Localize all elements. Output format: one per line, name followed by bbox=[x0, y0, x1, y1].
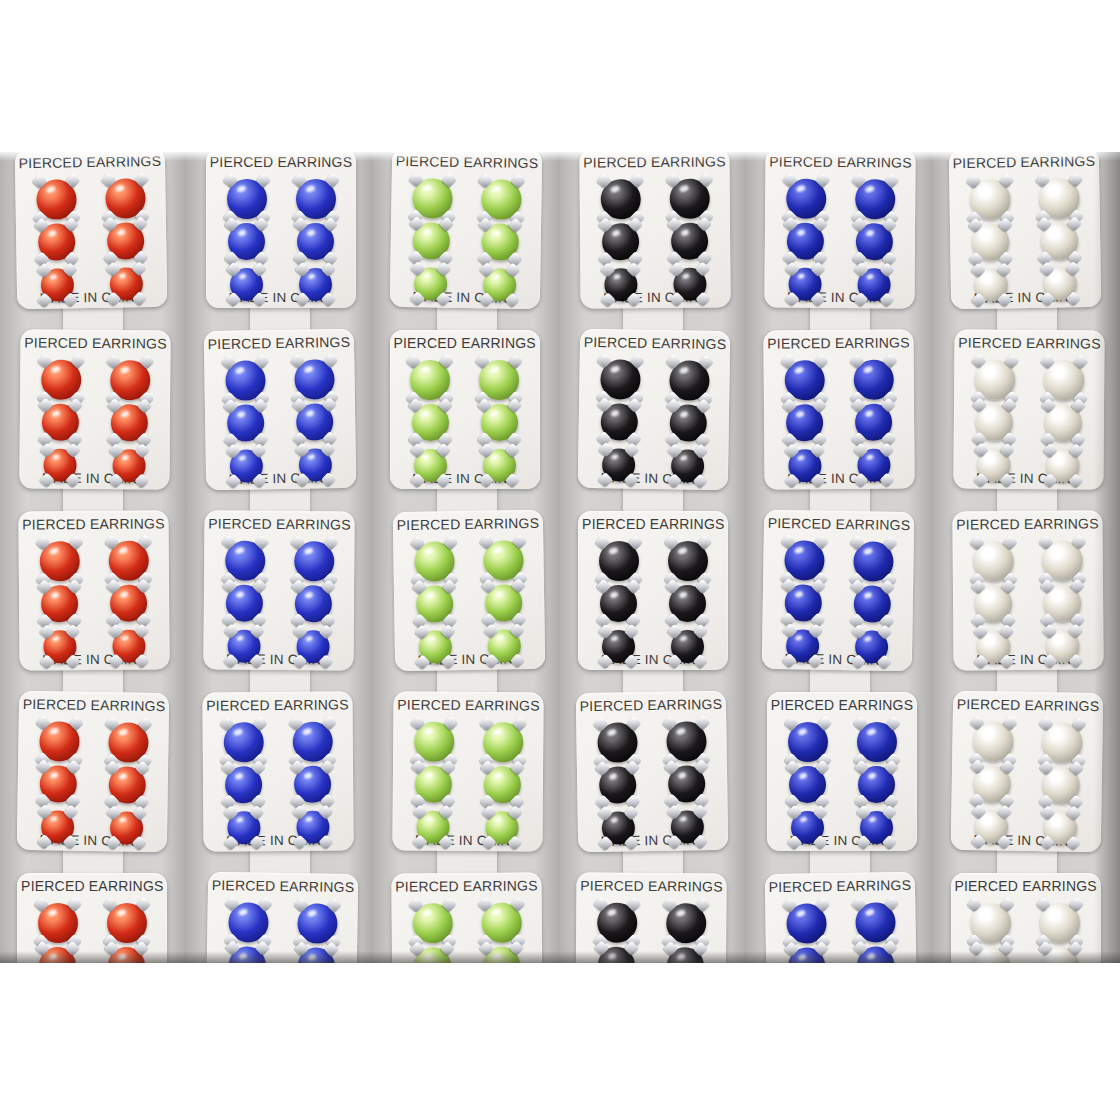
earring-stud-peridot-green bbox=[483, 766, 520, 803]
stud-cell bbox=[92, 806, 162, 850]
stud-cell bbox=[467, 763, 536, 807]
stud-cell bbox=[656, 262, 725, 306]
card-stack: PIERCED EARRINGSMADE IN CHINAPIERCED EAR… bbox=[560, 152, 747, 963]
tray-column-peridot-green: PIERCED EARRINGSMADE IN CHINAPIERCED EAR… bbox=[373, 152, 560, 963]
stud-cell bbox=[837, 625, 907, 669]
earring-stud-red bbox=[41, 810, 75, 844]
stud-cell bbox=[23, 901, 92, 944]
earring-stud-sapphire-blue bbox=[786, 629, 820, 663]
earring-stud-red bbox=[110, 585, 147, 622]
earring-stud-royal-blue bbox=[227, 179, 267, 219]
earring-stud-sapphire-blue bbox=[857, 946, 895, 963]
stud-cell bbox=[1026, 901, 1095, 944]
stud-cell bbox=[651, 944, 720, 963]
earring-stud-sapphire-blue bbox=[857, 722, 897, 762]
earring-stud-clear-crystal bbox=[1046, 630, 1079, 663]
stud-grid bbox=[583, 719, 723, 850]
earring-card-sapphire-blue: PIERCED EARRINGSMADE IN CHINA bbox=[763, 329, 914, 489]
earring-stud-sapphire-blue bbox=[788, 722, 828, 762]
card-title: PIERCED EARRINGS bbox=[576, 696, 726, 714]
stud-cell bbox=[1028, 401, 1097, 445]
stud-cell bbox=[840, 177, 909, 221]
stud-cell bbox=[92, 901, 161, 944]
stud-cell bbox=[23, 805, 93, 849]
earring-card-clear-crystal: PIERCED EARRINGSMADE IN CHINA bbox=[950, 691, 1102, 852]
earring-stud-peridot-green bbox=[483, 449, 516, 482]
stud-grid bbox=[25, 538, 164, 668]
tray-column-black: PIERCED EARRINGSMADE IN CHINAPIERCED EAR… bbox=[560, 152, 747, 963]
earring-stud-red bbox=[111, 404, 148, 441]
stud-cell bbox=[464, 263, 534, 307]
stud-cell bbox=[397, 901, 466, 945]
stud-cell bbox=[653, 805, 723, 849]
earring-stud-peridot-green bbox=[483, 268, 517, 302]
stud-cell bbox=[95, 624, 164, 668]
stud-cell bbox=[955, 177, 1025, 221]
earring-stud-sapphire-blue bbox=[786, 404, 823, 441]
earring-stud-red bbox=[105, 178, 146, 219]
stud-cell bbox=[840, 900, 910, 944]
earring-stud-black bbox=[599, 541, 639, 581]
earring-stud-royal-blue bbox=[295, 585, 332, 622]
stud-grid bbox=[955, 176, 1095, 307]
earring-stud-red bbox=[44, 630, 77, 663]
stud-cell bbox=[212, 177, 281, 220]
stud-cell bbox=[768, 624, 838, 668]
stud-cell bbox=[465, 358, 534, 401]
stud-cell bbox=[583, 763, 653, 807]
earring-stud-black bbox=[666, 721, 707, 762]
earring-stud-royal-blue bbox=[230, 449, 264, 483]
stud-cell bbox=[94, 538, 163, 582]
earring-stud-clear-crystal bbox=[1040, 903, 1080, 943]
stud-cell bbox=[25, 539, 94, 583]
card-stack: PIERCED EARRINGSMADE IN CHINAPIERCED EAR… bbox=[187, 152, 374, 963]
earring-stud-sapphire-blue bbox=[860, 811, 893, 844]
earring-stud-black bbox=[669, 360, 710, 401]
earring-stud-sapphire-blue bbox=[853, 541, 894, 582]
earring-stud-red bbox=[38, 903, 78, 943]
stud-cell bbox=[956, 220, 1026, 264]
stud-cell bbox=[771, 176, 840, 220]
stud-cell bbox=[842, 806, 911, 849]
earring-stud-black bbox=[602, 811, 636, 845]
earring-stud-red bbox=[39, 541, 79, 581]
earring-card-royal-blue: PIERCED EARRINGSMADE IN CHINA bbox=[202, 691, 353, 851]
earring-tray-photo-band: PIERCED EARRINGSMADE IN CHINAPIERCED EAR… bbox=[0, 152, 1120, 963]
earring-stud-royal-blue bbox=[228, 902, 269, 943]
stud-cell bbox=[212, 263, 281, 306]
stud-cell bbox=[1025, 262, 1095, 306]
stud-cell bbox=[655, 219, 724, 263]
earring-stud-sapphire-blue bbox=[786, 903, 827, 944]
earring-stud-sapphire-blue bbox=[787, 223, 824, 260]
earring-stud-sapphire-blue bbox=[857, 449, 890, 482]
stud-cell bbox=[1024, 176, 1094, 220]
stud-grid bbox=[773, 720, 911, 849]
earring-stud-black bbox=[668, 765, 706, 803]
earring-stud-royal-blue bbox=[299, 448, 333, 482]
earring-stud-peridot-green bbox=[414, 267, 448, 301]
earring-card-sapphire-blue: PIERCED EARRINGSMADE IN CHINA bbox=[762, 510, 914, 671]
stud-cell bbox=[584, 582, 653, 625]
stud-cell bbox=[468, 538, 538, 582]
earring-stud-peridot-green bbox=[416, 585, 454, 623]
earring-stud-royal-blue bbox=[294, 359, 335, 400]
earring-stud-clear-crystal bbox=[972, 721, 1013, 762]
earring-card-royal-blue: PIERCED EARRINGSMADE IN CHINA bbox=[206, 152, 356, 308]
earring-stud-sapphire-blue bbox=[857, 268, 890, 301]
stud-cell bbox=[958, 719, 1028, 763]
earring-product-photo: PIERCED EARRINGSMADE IN CHINAPIERCED EAR… bbox=[0, 0, 1120, 1120]
stud-cell bbox=[1027, 720, 1097, 764]
earring-card-black: PIERCED EARRINGSMADE IN CHINA bbox=[578, 329, 730, 490]
stud-cell bbox=[1029, 358, 1098, 402]
earring-stud-royal-blue bbox=[227, 404, 265, 442]
stud-cell bbox=[278, 805, 347, 849]
photo-top-margin bbox=[0, 0, 1120, 152]
stud-grid bbox=[584, 357, 724, 488]
stud-cell bbox=[1026, 763, 1096, 807]
stud-cell bbox=[654, 358, 724, 402]
earring-stud-peridot-green bbox=[482, 722, 522, 762]
earring-stud-sapphire-blue bbox=[788, 268, 821, 301]
card-title: PIERCED EARRINGS bbox=[206, 154, 356, 170]
stud-cell bbox=[91, 176, 161, 220]
stud-cell bbox=[1028, 581, 1097, 625]
stud-grid bbox=[582, 900, 721, 963]
earring-stud-red bbox=[113, 449, 146, 482]
earring-stud-black bbox=[669, 585, 706, 622]
earring-stud-royal-blue bbox=[294, 541, 334, 581]
earring-stud-peridot-green bbox=[411, 178, 452, 219]
earring-stud-clear-crystal bbox=[1042, 947, 1079, 963]
earring-card-black: PIERCED EARRINGSMADE IN CHINA bbox=[578, 511, 728, 670]
earring-stud-royal-blue bbox=[296, 630, 329, 663]
stud-cell bbox=[773, 763, 842, 806]
earring-stud-sapphire-blue bbox=[855, 630, 889, 664]
stud-cell bbox=[400, 625, 470, 669]
card-title: PIERCED EARRINGS bbox=[19, 515, 169, 532]
stud-cell bbox=[281, 263, 350, 306]
earring-stud-red bbox=[36, 179, 77, 220]
earring-card-black: PIERCED EARRINGSMADE IN CHINA bbox=[580, 152, 731, 309]
earring-stud-clear-crystal bbox=[973, 765, 1011, 803]
earring-stud-sapphire-blue bbox=[855, 404, 892, 441]
earring-card-royal-blue: PIERCED EARRINGSMADE IN CHINA bbox=[206, 872, 358, 963]
stud-cell bbox=[466, 177, 536, 221]
stud-cell bbox=[838, 539, 908, 583]
stud-cell bbox=[956, 263, 1026, 307]
stud-cell bbox=[24, 762, 94, 806]
stud-cell bbox=[842, 763, 911, 806]
earring-stud-peridot-green bbox=[482, 540, 523, 581]
stud-cell bbox=[841, 943, 911, 963]
stud-grid bbox=[768, 538, 908, 669]
earring-stud-clear-crystal bbox=[974, 268, 1008, 302]
earring-stud-red bbox=[110, 811, 144, 845]
card-title: PIERCED EARRINGS bbox=[763, 334, 913, 351]
card-title: PIERCED EARRINGS bbox=[952, 515, 1102, 532]
earring-stud-clear-crystal bbox=[971, 903, 1011, 943]
stud-cell bbox=[209, 624, 278, 668]
earring-stud-red bbox=[41, 585, 78, 622]
earring-stud-black bbox=[671, 630, 704, 663]
stud-cell bbox=[95, 444, 164, 488]
earring-stud-royal-blue bbox=[228, 223, 265, 260]
earring-stud-peridot-green bbox=[416, 811, 449, 844]
stud-cell bbox=[958, 539, 1027, 583]
stud-cell bbox=[396, 401, 465, 444]
stud-grid bbox=[956, 719, 1096, 850]
stud-cell bbox=[467, 806, 536, 850]
stud-cell bbox=[211, 401, 281, 445]
earring-stud-peridot-green bbox=[412, 222, 450, 260]
stud-cell bbox=[1028, 444, 1097, 488]
earring-stud-peridot-green bbox=[485, 584, 523, 622]
stud-cell bbox=[771, 901, 841, 945]
stud-cell bbox=[210, 581, 279, 625]
stud-cell bbox=[654, 401, 724, 445]
earring-stud-black bbox=[600, 179, 640, 219]
stud-cell bbox=[1026, 944, 1095, 963]
earring-stud-clear-crystal bbox=[975, 585, 1012, 622]
earring-stud-sapphire-blue bbox=[853, 359, 893, 399]
earring-stud-royal-blue bbox=[225, 360, 266, 401]
earring-stud-black bbox=[598, 947, 635, 963]
stud-cell bbox=[26, 443, 95, 487]
stud-grid bbox=[584, 539, 722, 668]
earring-stud-clear-crystal bbox=[973, 541, 1013, 581]
earring-stud-peridot-green bbox=[413, 541, 454, 582]
stud-grid bbox=[212, 177, 350, 306]
earring-stud-sapphire-blue bbox=[788, 947, 826, 963]
earring-stud-royal-blue bbox=[296, 811, 329, 844]
stud-cell bbox=[468, 720, 537, 764]
earring-stud-peridot-green bbox=[414, 449, 447, 482]
stud-cell bbox=[655, 176, 724, 220]
stud-grid bbox=[770, 357, 909, 487]
stud-cell bbox=[959, 625, 1028, 669]
card-title: PIERCED EARRINGS bbox=[764, 515, 914, 533]
stud-cell bbox=[469, 581, 539, 625]
stud-cell bbox=[398, 805, 467, 849]
earring-stud-black bbox=[599, 766, 637, 804]
earring-stud-red bbox=[110, 267, 144, 301]
card-stack: PIERCED EARRINGSMADE IN CHINAPIERCED EAR… bbox=[747, 152, 934, 963]
earring-stud-clear-crystal bbox=[1041, 222, 1079, 260]
earring-stud-black bbox=[670, 404, 708, 442]
card-title: PIERCED EARRINGS bbox=[580, 153, 730, 170]
earring-stud-black bbox=[605, 268, 638, 301]
stud-cell bbox=[842, 720, 911, 763]
stud-cell bbox=[769, 538, 839, 582]
stud-cell bbox=[773, 806, 842, 849]
stud-cell bbox=[651, 901, 720, 945]
stud-cell bbox=[959, 400, 1028, 444]
stud-grid bbox=[770, 176, 909, 306]
stud-grid bbox=[209, 719, 348, 849]
stud-grid bbox=[399, 538, 539, 669]
earring-card-peridot-green: PIERCED EARRINGSMADE IN CHINA bbox=[389, 152, 541, 309]
earring-stud-red bbox=[41, 268, 75, 302]
earring-card-peridot-green: PIERCED EARRINGSMADE IN CHINA bbox=[392, 691, 543, 851]
stud-cell bbox=[399, 539, 469, 583]
stud-cell bbox=[281, 443, 351, 487]
tray-column-clear-crystal: PIERCED EARRINGSMADE IN CHINAPIERCED EAR… bbox=[933, 152, 1120, 963]
stud-cell bbox=[24, 719, 94, 763]
earring-stud-royal-blue bbox=[225, 540, 265, 580]
earring-stud-black bbox=[669, 178, 709, 218]
earring-card-red: PIERCED EARRINGSMADE IN CHINA bbox=[20, 329, 171, 489]
card-title: PIERCED EARRINGS bbox=[951, 878, 1101, 894]
stud-cell bbox=[26, 625, 95, 669]
earring-stud-peridot-green bbox=[487, 629, 521, 663]
earring-card-royal-blue: PIERCED EARRINGSMADE IN CHINA bbox=[203, 510, 354, 670]
earring-stud-clear-crystal bbox=[972, 223, 1010, 261]
stud-grid bbox=[398, 719, 537, 849]
stud-cell bbox=[1027, 538, 1096, 582]
earring-stud-peridot-green bbox=[480, 179, 521, 220]
stud-grid bbox=[212, 900, 352, 963]
card-title: PIERCED EARRINGS bbox=[578, 516, 728, 532]
stud-cell bbox=[465, 401, 534, 444]
earring-stud-sapphire-blue bbox=[856, 223, 893, 260]
stud-grid bbox=[210, 357, 350, 488]
earring-stud-peridot-green bbox=[412, 404, 449, 441]
stud-cell bbox=[93, 763, 163, 807]
stud-cell bbox=[653, 539, 722, 582]
tray-column-royal-blue: PIERCED EARRINGSMADE IN CHINAPIERCED EAR… bbox=[187, 152, 374, 963]
earring-stud-clear-crystal bbox=[969, 179, 1010, 220]
card-title: PIERCED EARRINGS bbox=[202, 696, 352, 713]
earring-stud-red bbox=[44, 449, 77, 482]
earring-stud-black bbox=[667, 947, 704, 963]
stud-cell bbox=[396, 358, 465, 401]
earring-stud-sapphire-blue bbox=[854, 585, 892, 623]
earring-stud-peridot-green bbox=[413, 721, 453, 761]
stud-cell bbox=[209, 806, 278, 850]
stud-cell bbox=[586, 220, 655, 264]
stud-cell bbox=[584, 443, 654, 487]
stud-cell bbox=[281, 220, 350, 263]
earring-stud-clear-crystal bbox=[975, 404, 1012, 441]
card-title: PIERCED EARRINGS bbox=[577, 877, 727, 894]
stud-cell bbox=[959, 443, 1028, 487]
stud-cell bbox=[92, 944, 161, 963]
card-title: PIERCED EARRINGS bbox=[765, 877, 915, 895]
earring-stud-red bbox=[108, 540, 148, 580]
earring-stud-royal-blue bbox=[299, 268, 332, 301]
earring-stud-red bbox=[40, 765, 78, 803]
earring-stud-clear-crystal bbox=[977, 630, 1010, 663]
stud-cell bbox=[584, 806, 654, 850]
earring-card-clear-crystal: PIERCED EARRINGSMADE IN CHINA bbox=[952, 510, 1103, 670]
earring-stud-clear-crystal bbox=[1044, 585, 1081, 622]
stud-cell bbox=[398, 762, 467, 806]
earring-stud-royal-blue bbox=[294, 766, 331, 803]
earring-stud-black bbox=[600, 585, 637, 622]
stud-cell bbox=[400, 582, 470, 626]
card-title: PIERCED EARRINGS bbox=[15, 153, 165, 171]
stud-grid bbox=[209, 538, 348, 668]
stud-cell bbox=[278, 625, 347, 669]
stud-cell bbox=[399, 719, 468, 763]
earring-stud-royal-blue bbox=[230, 268, 263, 301]
stud-cell bbox=[26, 357, 95, 401]
stud-cell bbox=[281, 944, 351, 963]
earring-stud-black bbox=[671, 810, 705, 844]
stud-cell bbox=[584, 539, 653, 582]
earring-stud-sapphire-blue bbox=[788, 449, 821, 482]
earring-stud-clear-crystal bbox=[1041, 722, 1082, 763]
tray-column-red: PIERCED EARRINGSMADE IN CHINAPIERCED EAR… bbox=[0, 152, 187, 963]
earring-card-sapphire-blue: PIERCED EARRINGSMADE IN CHINA bbox=[765, 872, 917, 963]
card-stack: PIERCED EARRINGSMADE IN CHINAPIERCED EAR… bbox=[373, 152, 560, 963]
earring-stud-black bbox=[674, 268, 707, 301]
earring-stud-peridot-green bbox=[485, 811, 518, 844]
stud-cell bbox=[1025, 219, 1095, 263]
earring-stud-clear-crystal bbox=[1043, 267, 1077, 301]
stud-cell bbox=[22, 177, 92, 221]
stud-cell bbox=[771, 219, 840, 263]
card-title: PIERCED EARRINGS bbox=[393, 515, 543, 533]
stud-cell bbox=[212, 943, 282, 963]
stud-cell bbox=[770, 444, 839, 488]
stud-cell bbox=[653, 582, 722, 625]
stud-cell bbox=[839, 263, 908, 307]
stud-cell bbox=[465, 444, 534, 487]
earring-stud-royal-blue bbox=[227, 630, 260, 663]
earring-stud-red bbox=[41, 359, 81, 399]
photo-bottom-margin bbox=[0, 963, 1120, 1120]
earring-stud-royal-blue bbox=[296, 403, 334, 441]
stud-cell bbox=[839, 400, 908, 444]
stud-cell bbox=[395, 262, 465, 306]
earring-stud-royal-blue bbox=[296, 179, 336, 219]
earring-stud-red bbox=[108, 722, 149, 763]
earring-stud-red bbox=[107, 222, 145, 260]
stud-grid bbox=[771, 900, 911, 963]
card-title: PIERCED EARRINGS bbox=[21, 334, 171, 351]
stud-cell bbox=[957, 944, 1026, 963]
stud-cell bbox=[278, 762, 347, 806]
stud-cell bbox=[212, 444, 282, 488]
stud-cell bbox=[960, 357, 1029, 401]
earring-stud-black bbox=[600, 359, 641, 400]
earring-stud-red bbox=[42, 404, 79, 441]
earring-stud-clear-crystal bbox=[973, 947, 1010, 963]
stud-cell bbox=[281, 177, 350, 220]
earring-stud-peridot-green bbox=[410, 360, 450, 400]
stud-cell bbox=[396, 444, 465, 487]
earring-card-sapphire-blue: PIERCED EARRINGSMADE IN CHINA bbox=[767, 692, 917, 851]
earring-stud-clear-crystal bbox=[1044, 811, 1078, 845]
earring-stud-sapphire-blue bbox=[786, 178, 826, 218]
earring-card-red: PIERCED EARRINGSMADE IN CHINA bbox=[19, 510, 170, 670]
earring-stud-peridot-green bbox=[481, 404, 518, 441]
earring-stud-black bbox=[666, 903, 706, 943]
earring-stud-black bbox=[671, 223, 708, 260]
earring-stud-black bbox=[597, 902, 637, 942]
stud-cell bbox=[212, 220, 281, 263]
earring-stud-sapphire-blue bbox=[784, 540, 825, 581]
earring-stud-red bbox=[110, 360, 150, 400]
earring-stud-sapphire-blue bbox=[858, 766, 895, 803]
earring-stud-peridot-green bbox=[418, 630, 452, 664]
stud-cell bbox=[585, 400, 655, 444]
earring-stud-black bbox=[671, 449, 705, 483]
